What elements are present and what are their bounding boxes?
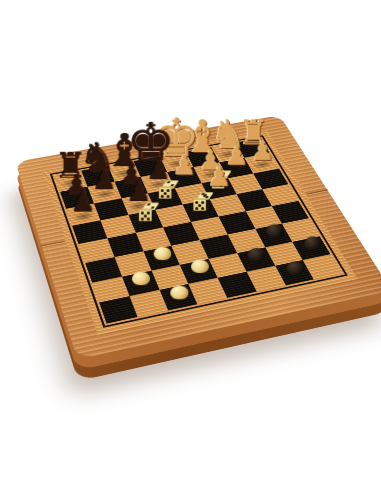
die-pip xyxy=(143,214,146,217)
die-pip xyxy=(160,195,163,198)
die-pip xyxy=(195,207,198,210)
die-pip xyxy=(160,189,163,192)
dark-pawn-glyph: ♟ xyxy=(71,189,96,215)
die-body xyxy=(192,192,208,211)
die-front-face xyxy=(138,210,151,222)
die-pip xyxy=(195,201,198,204)
dark-draughts-disc xyxy=(248,248,266,262)
die-front-face xyxy=(193,199,206,211)
dark-draughts-disc xyxy=(286,261,304,275)
light-draughts-disc xyxy=(170,286,188,300)
die-body xyxy=(137,203,153,222)
pieces-layer: ♜♞♝♚♚♝♞♜♟♟♟♟♟♟♟♟♟♟♟ xyxy=(54,138,342,324)
frame-hinge-seam xyxy=(40,241,65,247)
dark-disc xyxy=(236,247,274,272)
dark-disc xyxy=(254,223,291,247)
die-pip xyxy=(146,211,149,214)
light-draughts-disc xyxy=(132,272,150,286)
die-pip xyxy=(198,204,201,207)
light-draughts-disc xyxy=(190,260,208,274)
die-front-face xyxy=(158,187,171,199)
light-disc xyxy=(159,284,198,311)
light-pawn: ♟ xyxy=(244,153,279,173)
light-pawn-glyph: ♟ xyxy=(250,139,274,164)
light-draughts-disc xyxy=(153,247,171,261)
light-disc xyxy=(179,259,217,284)
die xyxy=(182,200,218,222)
product-photo-scene: ♜♞♝♚♚♝♞♜♟♟♟♟♟♟♟♟♟♟♟ xyxy=(0,0,381,492)
dark-draughts-disc xyxy=(266,224,283,237)
dark-pawn-glyph: ♟ xyxy=(126,179,151,205)
light-pawn-glyph: ♟ xyxy=(207,164,231,190)
chess-board: ♜♞♝♚♚♝♞♜♟♟♟♟♟♟♟♟♟♟♟ xyxy=(15,115,381,359)
die-pip xyxy=(166,181,170,183)
board-surface: ♜♞♝♚♚♝♞♜♟♟♟♟♟♟♟♟♟♟♟ xyxy=(41,131,357,335)
die-pip xyxy=(201,207,204,210)
die-pip xyxy=(201,201,204,204)
light-pawn-glyph: ♟ xyxy=(172,153,196,178)
die-pip xyxy=(163,192,166,195)
die-pip xyxy=(166,189,169,192)
die-pip xyxy=(166,195,169,198)
light-disc xyxy=(121,270,158,296)
dark-pawn: ♟ xyxy=(65,203,99,226)
die-pip xyxy=(146,203,150,205)
die-pip xyxy=(146,217,149,220)
die-body xyxy=(157,181,173,200)
playing-area-border: ♜♞♝♚♚♝♞♜♟♟♟♟♟♟♟♟♟♟♟ xyxy=(49,135,347,327)
dark-disc xyxy=(274,260,313,286)
frame-hinge-seam xyxy=(306,189,328,194)
dark-disc xyxy=(292,236,330,260)
die-pip xyxy=(140,217,143,220)
light-disc xyxy=(143,246,180,271)
die xyxy=(128,210,163,233)
die-pip xyxy=(140,211,143,214)
dark-draughts-disc xyxy=(303,237,320,250)
